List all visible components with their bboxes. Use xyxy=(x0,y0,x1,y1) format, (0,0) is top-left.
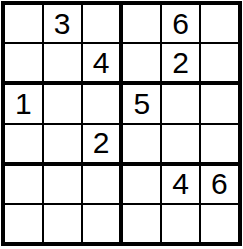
cell-r1c5[interactable]: 6 xyxy=(162,5,201,44)
cell-r2c4[interactable] xyxy=(123,44,162,85)
board-row-2: 42 xyxy=(5,44,238,85)
cell-r5c4[interactable] xyxy=(123,166,162,205)
cell-r3c6[interactable] xyxy=(201,85,238,124)
cell-r3c1[interactable]: 1 xyxy=(5,85,44,124)
cell-r6c1[interactable] xyxy=(5,205,44,242)
cell-r3c5[interactable] xyxy=(162,85,201,124)
cell-r6c5[interactable] xyxy=(162,205,201,242)
cell-r5c6[interactable]: 6 xyxy=(201,166,238,205)
cell-r4c5[interactable] xyxy=(162,125,201,166)
cell-r4c6[interactable] xyxy=(201,125,238,166)
cell-r5c1[interactable] xyxy=(5,166,44,205)
sudoku-board: 364215246 xyxy=(1,1,242,246)
board-row-5: 46 xyxy=(5,166,238,205)
cell-r3c4[interactable]: 5 xyxy=(123,85,162,124)
cell-r4c4[interactable] xyxy=(123,125,162,166)
cell-r1c4[interactable] xyxy=(123,5,162,44)
cell-r1c1[interactable] xyxy=(5,5,44,44)
cell-r6c6[interactable] xyxy=(201,205,238,242)
cell-r2c2[interactable] xyxy=(44,44,83,85)
cell-r1c3[interactable] xyxy=(83,5,124,44)
board-row-1: 36 xyxy=(5,5,238,44)
cell-r6c3[interactable] xyxy=(83,205,124,242)
cell-r4c1[interactable] xyxy=(5,125,44,166)
cell-r1c2[interactable]: 3 xyxy=(44,5,83,44)
cell-r4c3[interactable]: 2 xyxy=(83,125,124,166)
cell-r5c3[interactable] xyxy=(83,166,124,205)
cell-r5c2[interactable] xyxy=(44,166,83,205)
board-row-4: 2 xyxy=(5,125,238,166)
cell-r3c3[interactable] xyxy=(83,85,124,124)
cell-r3c2[interactable] xyxy=(44,85,83,124)
board-row-6 xyxy=(5,205,238,242)
cell-r2c3[interactable]: 4 xyxy=(83,44,124,85)
cell-r4c2[interactable] xyxy=(44,125,83,166)
cell-r5c5[interactable]: 4 xyxy=(162,166,201,205)
cell-r2c1[interactable] xyxy=(5,44,44,85)
cell-r6c2[interactable] xyxy=(44,205,83,242)
cell-r6c4[interactable] xyxy=(123,205,162,242)
board-row-3: 15 xyxy=(5,85,238,124)
sudoku-page: 364215246 xyxy=(0,0,243,246)
cell-r2c5[interactable]: 2 xyxy=(162,44,201,85)
cell-r1c6[interactable] xyxy=(201,5,238,44)
cell-r2c6[interactable] xyxy=(201,44,238,85)
